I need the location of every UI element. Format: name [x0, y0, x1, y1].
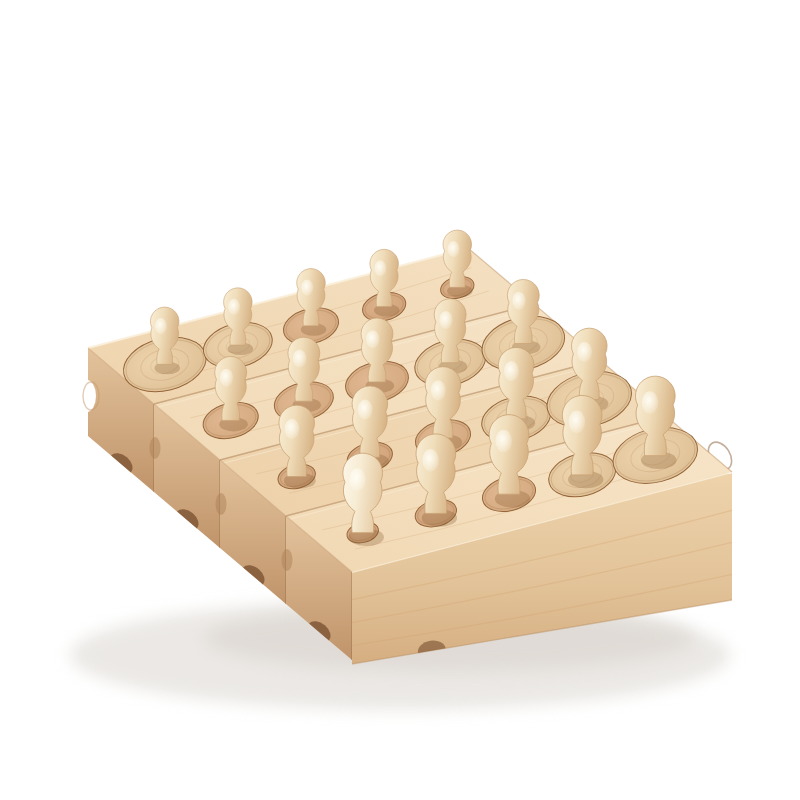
knob-highlight [512, 292, 525, 310]
knob-highlight [495, 430, 512, 452]
knob-highlight [642, 391, 659, 413]
knob-highlight [577, 342, 592, 362]
end-face-waist-shadow-2 [150, 437, 161, 459]
knob-highlight [374, 260, 386, 276]
knob-highlight [366, 330, 379, 348]
knob-highlight [569, 411, 586, 433]
knob-highlight [228, 299, 240, 315]
knob-highlight [448, 241, 460, 257]
end-face-waist-shadow-3 [216, 493, 227, 515]
knob-highlight [439, 311, 452, 329]
knob-highlight [220, 369, 233, 387]
end-face-waist-shadow-4 [282, 549, 293, 571]
cylinder-slot-r3c1 [275, 405, 318, 492]
knob-highlight [293, 349, 306, 367]
product-photo [0, 0, 800, 800]
cylinder-slot-r4c1 [343, 453, 384, 546]
knob-highlight [358, 400, 373, 420]
knob-highlight [301, 280, 313, 296]
knob-highlight [504, 361, 519, 381]
knob-highlight [155, 318, 167, 334]
knob-highlight [285, 419, 300, 439]
knob-highlight [431, 380, 446, 400]
cylinder-slot-r4c2 [412, 434, 459, 531]
knob-highlight [349, 468, 366, 490]
knob-highlight [422, 449, 439, 471]
cylinder-blocks-photo [0, 0, 800, 800]
